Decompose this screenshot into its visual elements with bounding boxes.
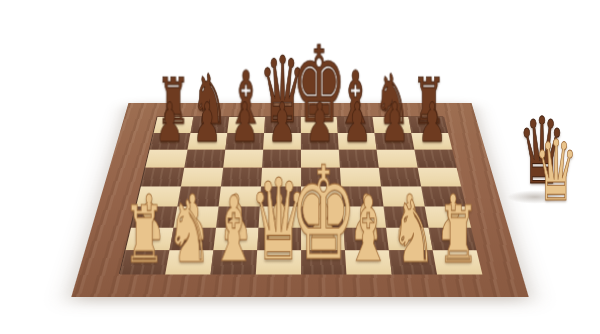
square-a6[interactable]	[145, 150, 187, 168]
board-grid: ♜♞♝♛♚♝♞♜♟♟♟♟♟♟♟♟♟♟♟♟♟♟♟♟♜♞♝♛♚♝♞♜	[119, 117, 481, 274]
chess-set-photo: ♜♞♝♛♚♝♞♜♟♟♟♟♟♟♟♟♟♟♟♟♟♟♟♟♜♞♝♛♚♝♞♜ ♛ ♛	[0, 0, 600, 334]
piece-white-rook[interactable]: ♜	[390, 196, 527, 275]
square-h7[interactable]: ♟	[411, 133, 452, 150]
square-h1[interactable]: ♜	[433, 250, 483, 274]
chess-board: ♜♞♝♛♚♝♞♜♟♟♟♟♟♟♟♟♟♟♟♟♟♟♟♟♜♞♝♛♚♝♞♜	[71, 103, 528, 297]
board-frame: ♜♞♝♛♚♝♞♜♟♟♟♟♟♟♟♟♟♟♟♟♟♟♟♟♜♞♝♛♚♝♞♜	[71, 103, 528, 297]
square-h6[interactable]	[414, 150, 456, 168]
piece-black-pawn[interactable]: ♟	[375, 95, 489, 149]
spare-queen-light[interactable]: ♛	[527, 129, 585, 213]
